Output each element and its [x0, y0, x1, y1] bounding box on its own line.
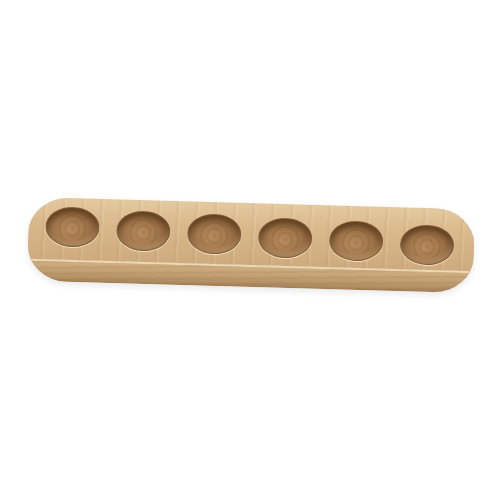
pit-4[interactable] [258, 217, 313, 258]
mancala-board [27, 197, 475, 293]
pit-2[interactable] [116, 210, 171, 251]
photo-background [0, 0, 500, 500]
pit-6[interactable] [400, 224, 455, 265]
pit-1[interactable] [45, 206, 100, 247]
pit-3[interactable] [187, 213, 242, 254]
pit-row [29, 197, 475, 209]
pit-5[interactable] [329, 221, 384, 262]
